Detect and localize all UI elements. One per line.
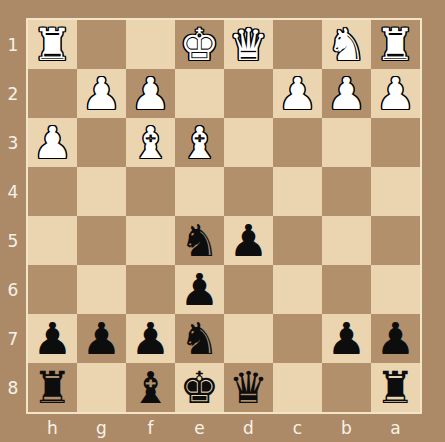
piece-black-pawn-g7[interactable]: ♟ (82, 317, 121, 361)
square-g3[interactable] (77, 118, 126, 167)
square-g8[interactable] (77, 363, 126, 412)
square-a6[interactable] (371, 265, 420, 314)
square-f5[interactable] (126, 216, 175, 265)
square-h8[interactable]: ♜ (28, 363, 77, 412)
square-d6[interactable] (224, 265, 273, 314)
file-labels: hgfedcba (28, 414, 420, 442)
rank-labels: 12345678 (0, 20, 26, 412)
square-c5[interactable] (273, 216, 322, 265)
square-b1[interactable]: ♞ (322, 20, 371, 69)
piece-white-pawn-c2[interactable]: ♟ (278, 72, 317, 116)
square-c1[interactable] (273, 20, 322, 69)
square-g2[interactable]: ♟ (77, 69, 126, 118)
square-h2[interactable] (28, 69, 77, 118)
square-b5[interactable] (322, 216, 371, 265)
piece-white-pawn-h3[interactable]: ♟ (33, 121, 72, 165)
piece-black-pawn-b7[interactable]: ♟ (327, 317, 366, 361)
piece-black-king-e8[interactable]: ♚ (180, 366, 219, 410)
rank-label-2: 2 (0, 69, 26, 118)
piece-black-rook-a8[interactable]: ♜ (376, 366, 415, 410)
rank-label-4: 4 (0, 167, 26, 216)
file-label-b: b (322, 414, 371, 442)
square-f2[interactable]: ♟ (126, 69, 175, 118)
square-e2[interactable] (175, 69, 224, 118)
file-label-c: c (273, 414, 322, 442)
square-c4[interactable] (273, 167, 322, 216)
square-h5[interactable] (28, 216, 77, 265)
piece-black-knight-e5[interactable]: ♞ (180, 219, 219, 263)
square-d3[interactable] (224, 118, 273, 167)
square-c8[interactable] (273, 363, 322, 412)
piece-white-pawn-g2[interactable]: ♟ (82, 72, 121, 116)
file-label-d: d (224, 414, 273, 442)
piece-white-queen-d1[interactable]: ♛ (229, 23, 268, 67)
piece-white-king-e1[interactable]: ♚ (180, 23, 219, 67)
piece-white-pawn-a2[interactable]: ♟ (376, 72, 415, 116)
square-b8[interactable] (322, 363, 371, 412)
square-g5[interactable] (77, 216, 126, 265)
square-h1[interactable]: ♜ (28, 20, 77, 69)
square-d1[interactable]: ♛ (224, 20, 273, 69)
piece-white-rook-a1[interactable]: ♜ (376, 23, 415, 67)
piece-black-knight-e7[interactable]: ♞ (180, 317, 219, 361)
piece-white-pawn-b2[interactable]: ♟ (327, 72, 366, 116)
square-h6[interactable] (28, 265, 77, 314)
square-e7[interactable]: ♞ (175, 314, 224, 363)
square-b7[interactable]: ♟ (322, 314, 371, 363)
square-a7[interactable]: ♟ (371, 314, 420, 363)
rank-label-8: 8 (0, 363, 26, 412)
square-b3[interactable] (322, 118, 371, 167)
piece-black-pawn-f7[interactable]: ♟ (131, 317, 170, 361)
piece-white-rook-h1[interactable]: ♜ (33, 23, 72, 67)
square-f6[interactable] (126, 265, 175, 314)
square-b6[interactable] (322, 265, 371, 314)
square-d5[interactable]: ♟ (224, 216, 273, 265)
rank-label-1: 1 (0, 20, 26, 69)
square-a3[interactable] (371, 118, 420, 167)
square-a8[interactable]: ♜ (371, 363, 420, 412)
square-e3[interactable]: ♝ (175, 118, 224, 167)
square-b4[interactable] (322, 167, 371, 216)
piece-white-pawn-f2[interactable]: ♟ (131, 72, 170, 116)
square-a2[interactable]: ♟ (371, 69, 420, 118)
piece-black-pawn-a7[interactable]: ♟ (376, 317, 415, 361)
square-f7[interactable]: ♟ (126, 314, 175, 363)
piece-black-queen-d8[interactable]: ♛ (229, 366, 268, 410)
file-label-e: e (175, 414, 224, 442)
square-e8[interactable]: ♚ (175, 363, 224, 412)
square-b2[interactable]: ♟ (322, 69, 371, 118)
square-f4[interactable] (126, 167, 175, 216)
rank-label-5: 5 (0, 216, 26, 265)
chess-board: ♜♚♛♞♜♟♟♟♟♟♟♝♝♞♟♟♟♟♟♞♟♟♜♝♚♛♜ (26, 18, 422, 414)
square-c2[interactable]: ♟ (273, 69, 322, 118)
piece-white-bishop-e3[interactable]: ♝ (180, 121, 219, 165)
square-e4[interactable] (175, 167, 224, 216)
piece-black-rook-h8[interactable]: ♜ (33, 366, 72, 410)
square-h4[interactable] (28, 167, 77, 216)
square-f1[interactable] (126, 20, 175, 69)
square-f3[interactable]: ♝ (126, 118, 175, 167)
square-h3[interactable]: ♟ (28, 118, 77, 167)
piece-black-pawn-d5[interactable]: ♟ (229, 219, 268, 263)
square-d8[interactable]: ♛ (224, 363, 273, 412)
square-c3[interactable] (273, 118, 322, 167)
square-a1[interactable]: ♜ (371, 20, 420, 69)
square-d2[interactable] (224, 69, 273, 118)
square-h7[interactable]: ♟ (28, 314, 77, 363)
square-g1[interactable] (77, 20, 126, 69)
piece-black-pawn-e6[interactable]: ♟ (180, 268, 219, 312)
piece-white-knight-b1[interactable]: ♞ (327, 23, 366, 67)
chess-diagram: 12345678 ♜♚♛♞♜♟♟♟♟♟♟♝♝♞♟♟♟♟♟♞♟♟♜♝♚♛♜ hgf… (0, 0, 445, 442)
rank-label-6: 6 (0, 265, 26, 314)
piece-white-bishop-f3[interactable]: ♝ (131, 121, 170, 165)
square-g6[interactable] (77, 265, 126, 314)
square-f8[interactable]: ♝ (126, 363, 175, 412)
square-a4[interactable] (371, 167, 420, 216)
square-c7[interactable] (273, 314, 322, 363)
square-d4[interactable] (224, 167, 273, 216)
rank-label-7: 7 (0, 314, 26, 363)
square-g7[interactable]: ♟ (77, 314, 126, 363)
file-label-f: f (126, 414, 175, 442)
file-label-a: a (371, 414, 420, 442)
file-label-h: h (28, 414, 77, 442)
square-e5[interactable]: ♞ (175, 216, 224, 265)
square-e6[interactable]: ♟ (175, 265, 224, 314)
square-g4[interactable] (77, 167, 126, 216)
square-a5[interactable] (371, 216, 420, 265)
piece-black-pawn-h7[interactable]: ♟ (33, 317, 72, 361)
rank-label-3: 3 (0, 118, 26, 167)
file-label-g: g (77, 414, 126, 442)
square-e1[interactable]: ♚ (175, 20, 224, 69)
square-d7[interactable] (224, 314, 273, 363)
square-c6[interactable] (273, 265, 322, 314)
piece-black-bishop-f8[interactable]: ♝ (131, 366, 170, 410)
